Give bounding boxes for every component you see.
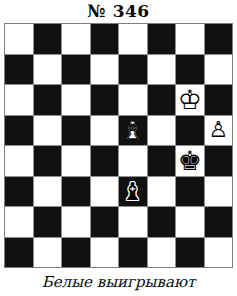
square-h5: ♟♙ xyxy=(205,116,233,146)
square-f1 xyxy=(148,238,176,268)
white-king-outline: ♔ xyxy=(176,85,204,115)
square-g2 xyxy=(176,207,204,237)
square-e2 xyxy=(119,207,147,237)
square-f2 xyxy=(148,207,176,237)
square-d6 xyxy=(91,85,119,115)
square-a3 xyxy=(5,177,33,207)
square-d8 xyxy=(91,24,119,54)
square-g4: ♚ xyxy=(176,146,204,176)
square-e3: ♝ xyxy=(119,177,147,207)
square-e5: ♝♗ xyxy=(119,116,147,146)
square-c2 xyxy=(62,207,90,237)
board-wrap: ♚♔♝♗♟♙♚♝ xyxy=(4,23,233,268)
square-b1 xyxy=(34,238,62,268)
square-c1 xyxy=(62,238,90,268)
square-d3 xyxy=(91,177,119,207)
white-pawn-piece: ♟ xyxy=(205,116,233,146)
square-e7 xyxy=(119,55,147,85)
square-g6: ♚♔ xyxy=(176,85,204,115)
square-g7 xyxy=(176,55,204,85)
square-e8 xyxy=(119,24,147,54)
square-b2 xyxy=(34,207,62,237)
square-f6 xyxy=(148,85,176,115)
square-g3 xyxy=(176,177,204,207)
square-b4 xyxy=(34,146,62,176)
square-f4 xyxy=(148,146,176,176)
square-c3 xyxy=(62,177,90,207)
square-f5 xyxy=(148,116,176,146)
square-b3 xyxy=(34,177,62,207)
square-c7 xyxy=(62,55,90,85)
square-c5 xyxy=(62,116,90,146)
square-d7 xyxy=(91,55,119,85)
black-bishop-piece: ♝ xyxy=(119,177,147,207)
diagram-caption: Белые выигрывают xyxy=(0,273,237,291)
square-e6 xyxy=(119,85,147,115)
square-f8 xyxy=(148,24,176,54)
white-pawn-outline: ♙ xyxy=(205,116,233,146)
square-b7 xyxy=(34,55,62,85)
diagram-number-title: № 346 xyxy=(0,0,237,22)
black-king-piece: ♚ xyxy=(176,146,204,176)
chess-diagram-page: № 346 ♚♔♝♗♟♙♚♝ Белые выигрывают xyxy=(0,0,237,296)
square-h7 xyxy=(205,55,233,85)
square-d1 xyxy=(91,238,119,268)
square-b6 xyxy=(34,85,62,115)
square-h4 xyxy=(205,146,233,176)
square-a2 xyxy=(5,207,33,237)
square-h8 xyxy=(205,24,233,54)
white-king-piece: ♚ xyxy=(176,85,204,115)
square-d4 xyxy=(91,146,119,176)
square-d5 xyxy=(91,116,119,146)
square-c4 xyxy=(62,146,90,176)
square-d2 xyxy=(91,207,119,237)
square-e4 xyxy=(119,146,147,176)
square-g8 xyxy=(176,24,204,54)
square-a1 xyxy=(5,238,33,268)
square-b5 xyxy=(34,116,62,146)
square-c8 xyxy=(62,24,90,54)
white-bishop-piece: ♝ xyxy=(119,116,147,146)
square-a7 xyxy=(5,55,33,85)
square-a5 xyxy=(5,116,33,146)
square-a6 xyxy=(5,85,33,115)
square-h6 xyxy=(205,85,233,115)
square-g1 xyxy=(176,238,204,268)
chess-board: ♚♔♝♗♟♙♚♝ xyxy=(4,23,233,268)
square-e1 xyxy=(119,238,147,268)
square-h1 xyxy=(205,238,233,268)
square-c6 xyxy=(62,85,90,115)
square-h2 xyxy=(205,207,233,237)
square-b8 xyxy=(34,24,62,54)
square-h3 xyxy=(205,177,233,207)
square-f7 xyxy=(148,55,176,85)
white-bishop-outline: ♗ xyxy=(119,116,147,146)
square-a8 xyxy=(5,24,33,54)
square-g5 xyxy=(176,116,204,146)
square-f3 xyxy=(148,177,176,207)
square-a4 xyxy=(5,146,33,176)
